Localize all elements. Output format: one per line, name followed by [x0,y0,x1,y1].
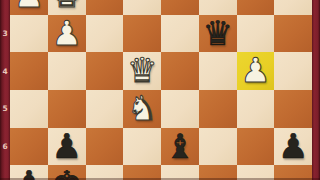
square-d5[interactable] [161,90,199,128]
square-h5[interactable] [10,90,48,128]
board-frame-left [0,0,10,180]
square-e6[interactable] [123,128,161,166]
piece-white-pawn[interactable]: ♟ [14,0,44,15]
square-f3[interactable] [86,15,124,53]
bottom-edge-shade [0,178,320,180]
square-h2[interactable]: ♟ [10,0,48,15]
square-a6[interactable]: ♟ [274,128,312,166]
square-e4[interactable]: ♛ [123,52,161,90]
square-d3[interactable] [161,15,199,53]
piece-white-queen[interactable]: ♛ [127,52,157,90]
square-g4[interactable] [48,52,86,90]
square-a3[interactable] [274,15,312,53]
square-e3[interactable] [123,15,161,53]
square-b4[interactable]: ♟ [237,52,275,90]
piece-white-pawn[interactable]: ♟ [240,52,270,90]
square-a2[interactable] [274,0,312,15]
piece-black-queen[interactable]: ♛ [202,15,232,53]
square-f4[interactable] [86,52,124,90]
piece-black-pawn[interactable]: ♟ [278,128,308,166]
board-frame-right [312,0,320,180]
square-c6[interactable] [199,128,237,166]
square-e2[interactable] [123,0,161,15]
square-b6[interactable] [237,128,275,166]
square-c4[interactable] [199,52,237,90]
rank-label-6: 6 [0,141,10,152]
rank-label-4: 4 [0,66,10,77]
square-c3[interactable]: ♛ [199,15,237,53]
square-e5[interactable]: ♞ [123,90,161,128]
square-c5[interactable] [199,90,237,128]
piece-black-pawn[interactable]: ♟ [51,128,81,166]
rank-label-3: 3 [0,28,10,39]
piece-white-knight[interactable]: ♞ [127,90,157,128]
square-h4[interactable] [10,52,48,90]
square-d6[interactable]: ♝ [161,128,199,166]
chess-board: ♟♚♟♛♛♟♞♟♝♟♟♚ [10,0,312,180]
square-a4[interactable] [274,52,312,90]
square-f2[interactable] [86,0,124,15]
piece-white-pawn[interactable]: ♟ [51,15,81,53]
square-b3[interactable] [237,15,275,53]
square-d4[interactable] [161,52,199,90]
rank-label-5: 5 [0,103,10,114]
square-b2[interactable] [237,0,275,15]
square-h6[interactable] [10,128,48,166]
square-d2[interactable] [161,0,199,15]
square-b5[interactable] [237,90,275,128]
square-g3[interactable]: ♟ [48,15,86,53]
square-g6[interactable]: ♟ [48,128,86,166]
square-f6[interactable] [86,128,124,166]
square-f5[interactable] [86,90,124,128]
chess-app-viewport: ♟♚♟♛♛♟♞♟♝♟♟♚ 3456 [0,0,320,180]
piece-black-bishop[interactable]: ♝ [165,128,195,166]
square-h3[interactable] [10,15,48,53]
square-a5[interactable] [274,90,312,128]
square-g5[interactable] [48,90,86,128]
